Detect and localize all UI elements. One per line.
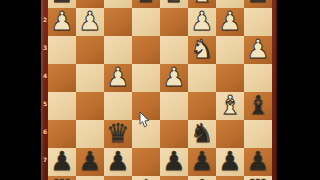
- square-f1[interactable]: [104, 0, 132, 8]
- square-a1[interactable]: ♜: [244, 0, 272, 8]
- square-b5[interactable]: ♝: [216, 92, 244, 120]
- square-b8[interactable]: [216, 176, 244, 180]
- square-f8[interactable]: [104, 176, 132, 180]
- black-rook: ♜: [246, 175, 269, 180]
- white-knight: ♞: [190, 35, 213, 63]
- square-g5[interactable]: [76, 92, 104, 120]
- square-e3[interactable]: [132, 36, 160, 64]
- square-h5[interactable]: [48, 92, 76, 120]
- square-b4[interactable]: [216, 64, 244, 92]
- square-a7[interactable]: ♟: [244, 148, 272, 176]
- black-king: ♚: [134, 175, 157, 180]
- square-c4[interactable]: [188, 64, 216, 92]
- black-pawn: ♟: [218, 147, 241, 175]
- square-b2[interactable]: ♟: [216, 8, 244, 36]
- square-e2[interactable]: [132, 8, 160, 36]
- square-f3[interactable]: [104, 36, 132, 64]
- square-h4[interactable]: [48, 64, 76, 92]
- white-pawn: ♟: [50, 7, 73, 35]
- black-pawn: ♟: [78, 147, 101, 175]
- square-c3[interactable]: ♞: [188, 36, 216, 64]
- square-e1[interactable]: ♚: [132, 0, 160, 8]
- square-e7[interactable]: [132, 148, 160, 176]
- rank-label-2: 2: [42, 16, 48, 23]
- white-queen: ♛: [162, 0, 185, 7]
- square-h6[interactable]: [48, 120, 76, 148]
- board-frame: ♜♚♛♝♜♟♟♟♟♞♟♟♟♝♝♛♞♟♟♟♟♟♟♟♜♚♝♜ 234567: [41, 0, 277, 180]
- rank-label-5: 5: [42, 100, 48, 107]
- rank-label-4: 4: [42, 72, 48, 79]
- square-d5[interactable]: [160, 92, 188, 120]
- square-b6[interactable]: [216, 120, 244, 148]
- square-g4[interactable]: [76, 64, 104, 92]
- square-f6[interactable]: ♛: [104, 120, 132, 148]
- square-a5[interactable]: ♝: [244, 92, 272, 120]
- square-g6[interactable]: [76, 120, 104, 148]
- black-rook: ♜: [50, 175, 73, 180]
- white-pawn: ♟: [78, 7, 101, 35]
- square-d2[interactable]: [160, 8, 188, 36]
- square-c8[interactable]: ♝: [188, 176, 216, 180]
- letterbox-left: [0, 0, 41, 180]
- square-h3[interactable]: [48, 36, 76, 64]
- square-a8[interactable]: ♜: [244, 176, 272, 180]
- rank-label-3: 3: [42, 44, 48, 51]
- square-b7[interactable]: ♟: [216, 148, 244, 176]
- square-b3[interactable]: [216, 36, 244, 64]
- black-pawn: ♟: [190, 147, 213, 175]
- letterbox-right: [277, 0, 320, 180]
- square-d4[interactable]: ♟: [160, 64, 188, 92]
- black-pawn: ♟: [50, 147, 73, 175]
- rank-label-7: 7: [42, 156, 48, 163]
- square-h2[interactable]: ♟: [48, 8, 76, 36]
- black-pawn: ♟: [162, 147, 185, 175]
- black-queen: ♛: [106, 119, 129, 147]
- square-a2[interactable]: [244, 8, 272, 36]
- square-h8[interactable]: ♜: [48, 176, 76, 180]
- black-bishop: ♝: [246, 91, 269, 119]
- cursor-arrow-icon: [139, 112, 151, 128]
- square-e8[interactable]: ♚: [132, 176, 160, 180]
- rank-label-6: 6: [42, 128, 48, 135]
- square-d6[interactable]: [160, 120, 188, 148]
- black-pawn: ♟: [246, 147, 269, 175]
- square-c6[interactable]: ♞: [188, 120, 216, 148]
- square-d8[interactable]: [160, 176, 188, 180]
- board: ♜♚♛♝♜♟♟♟♟♞♟♟♟♝♝♛♞♟♟♟♟♟♟♟♜♚♝♜: [48, 0, 272, 180]
- white-pawn: ♟: [162, 63, 185, 91]
- white-pawn: ♟: [106, 63, 129, 91]
- square-f7[interactable]: ♟: [104, 148, 132, 176]
- square-g8[interactable]: [76, 176, 104, 180]
- white-pawn: ♟: [190, 7, 213, 35]
- square-d7[interactable]: ♟: [160, 148, 188, 176]
- square-e4[interactable]: [132, 64, 160, 92]
- square-f2[interactable]: [104, 8, 132, 36]
- square-c2[interactable]: ♟: [188, 8, 216, 36]
- square-g2[interactable]: ♟: [76, 8, 104, 36]
- white-bishop: ♝: [218, 91, 241, 119]
- square-d3[interactable]: [160, 36, 188, 64]
- square-a4[interactable]: [244, 64, 272, 92]
- square-d1[interactable]: ♛: [160, 0, 188, 8]
- square-h7[interactable]: ♟: [48, 148, 76, 176]
- black-knight: ♞: [190, 119, 213, 147]
- white-rook: ♜: [246, 0, 269, 7]
- black-pawn: ♟: [106, 147, 129, 175]
- black-bishop: ♝: [190, 175, 213, 180]
- square-f5[interactable]: [104, 92, 132, 120]
- white-pawn: ♟: [218, 7, 241, 35]
- square-g3[interactable]: [76, 36, 104, 64]
- white-pawn: ♟: [246, 35, 269, 63]
- square-a3[interactable]: ♟: [244, 36, 272, 64]
- square-c5[interactable]: [188, 92, 216, 120]
- square-g7[interactable]: ♟: [76, 148, 104, 176]
- mouse-cursor: [139, 112, 151, 128]
- square-f4[interactable]: ♟: [104, 64, 132, 92]
- square-c7[interactable]: ♟: [188, 148, 216, 176]
- chess-video-frame: ♜♚♛♝♜♟♟♟♟♞♟♟♟♝♝♛♞♟♟♟♟♟♟♟♜♚♝♜ 234567: [0, 0, 320, 180]
- square-a6[interactable]: [244, 120, 272, 148]
- white-king: ♚: [134, 0, 157, 7]
